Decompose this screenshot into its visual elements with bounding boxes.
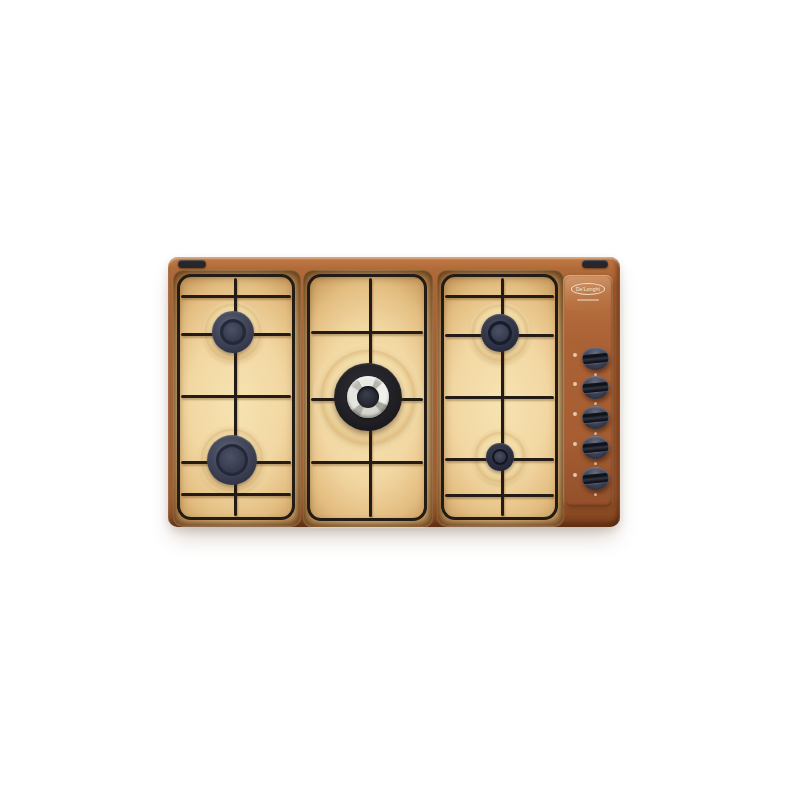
knob-grip [583,412,609,424]
brand-label: De'Longhi [576,287,600,292]
burner-cap-ring [216,444,248,476]
knob-grip [583,442,609,454]
photo-background: De'Longhi [0,0,800,800]
knob-marking [573,382,577,386]
burner-cap-rear-left [212,311,254,353]
burner-cap-ring [488,321,512,345]
brand-logo: De'Longhi [571,283,605,295]
burner-knob-2[interactable] [582,376,609,399]
rubber-pad-right [582,260,608,268]
knob-marking [573,473,577,477]
knob-marking [573,442,577,446]
knob-marking [594,432,597,435]
brand-logo-subtext [577,299,599,301]
gas-hob: De'Longhi [168,257,620,527]
grate-bar [445,295,554,298]
wok-burner-cap [357,386,379,408]
wok-burner-center [334,363,402,431]
control-panel: De'Longhi [563,275,613,507]
burner-cap-ring [492,449,508,465]
grate-bar [445,396,554,399]
knob-marking [573,412,577,416]
rubber-pad-left [178,260,206,268]
knob-marking [573,353,577,357]
wok-burner-chrome-ring [347,376,389,418]
burner-knob-3[interactable] [582,406,609,429]
pan-support-right [441,274,558,520]
burner-cap-front-right [486,443,514,471]
burner-knob-5[interactable] [582,467,609,490]
grate-bar [445,494,554,497]
burner-cap-front-left [207,435,257,485]
burner-cap-rear-right [481,314,519,352]
burner-knob-1[interactable] [582,347,609,370]
knob-marking [594,493,597,496]
knob-grip [583,353,609,365]
knob-grip [583,473,609,485]
grate-bar [311,461,423,464]
knob-marking [594,462,597,465]
knob-grip [583,382,609,394]
knob-marking [594,402,597,405]
burner-cap-ring [220,319,246,345]
grate-bar [311,331,423,334]
burner-knob-4[interactable] [582,436,609,459]
